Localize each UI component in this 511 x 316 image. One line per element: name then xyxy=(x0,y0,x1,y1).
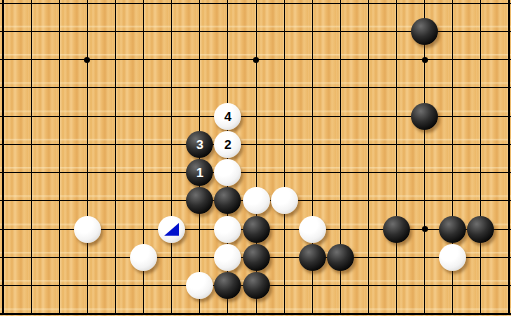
grid-line-horizontal xyxy=(0,87,511,88)
black-stone xyxy=(214,272,241,299)
white-stone xyxy=(439,244,466,271)
star-point xyxy=(422,57,428,63)
grid-line-horizontal xyxy=(0,313,511,315)
grid-line-vertical xyxy=(115,0,116,315)
white-stone xyxy=(158,216,185,243)
grid-line-horizontal xyxy=(0,144,511,145)
triangle-marker-icon xyxy=(164,223,179,236)
black-stone xyxy=(243,244,270,271)
white-stone xyxy=(186,272,213,299)
move-number-label: 2 xyxy=(224,138,231,151)
black-stone xyxy=(327,244,354,271)
white-stone xyxy=(74,216,101,243)
black-stone: 3 xyxy=(186,131,213,158)
go-board[interactable]: 4321 xyxy=(0,0,511,316)
grid-line-vertical xyxy=(31,0,32,315)
black-stone xyxy=(243,216,270,243)
white-stone xyxy=(214,216,241,243)
grid-line-vertical xyxy=(59,0,60,315)
black-stone xyxy=(467,216,494,243)
grid-line-vertical xyxy=(368,0,369,315)
grid-line-horizontal xyxy=(0,172,511,173)
grid-line-vertical xyxy=(396,0,397,315)
grid-line-vertical xyxy=(508,0,510,315)
grid-line-vertical xyxy=(424,0,425,315)
black-stone xyxy=(299,244,326,271)
grid-line-vertical xyxy=(2,0,4,315)
move-number-label: 4 xyxy=(224,110,231,123)
star-point xyxy=(422,226,428,232)
black-stone xyxy=(243,272,270,299)
white-stone: 2 xyxy=(214,131,241,158)
black-stone xyxy=(383,216,410,243)
black-stone xyxy=(439,216,466,243)
white-stone: 4 xyxy=(214,103,241,130)
white-stone xyxy=(243,187,270,214)
grid-line-vertical xyxy=(171,0,172,315)
screenshot-stage: 4321 xyxy=(0,0,511,316)
black-stone: 1 xyxy=(186,159,213,186)
white-stone xyxy=(214,159,241,186)
white-stone xyxy=(130,244,157,271)
white-stone xyxy=(271,187,298,214)
move-number-label: 1 xyxy=(196,166,203,179)
black-stone xyxy=(186,187,213,214)
black-stone xyxy=(411,103,438,130)
star-point xyxy=(253,57,259,63)
star-point xyxy=(84,57,90,63)
black-stone xyxy=(214,187,241,214)
grid-line-vertical xyxy=(480,0,481,315)
grid-line-horizontal xyxy=(0,3,511,4)
grid-line-vertical xyxy=(284,0,285,315)
black-stone xyxy=(411,18,438,45)
move-number-label: 3 xyxy=(196,138,203,151)
grid-line-vertical xyxy=(87,0,88,315)
white-stone xyxy=(299,216,326,243)
white-stone xyxy=(214,244,241,271)
